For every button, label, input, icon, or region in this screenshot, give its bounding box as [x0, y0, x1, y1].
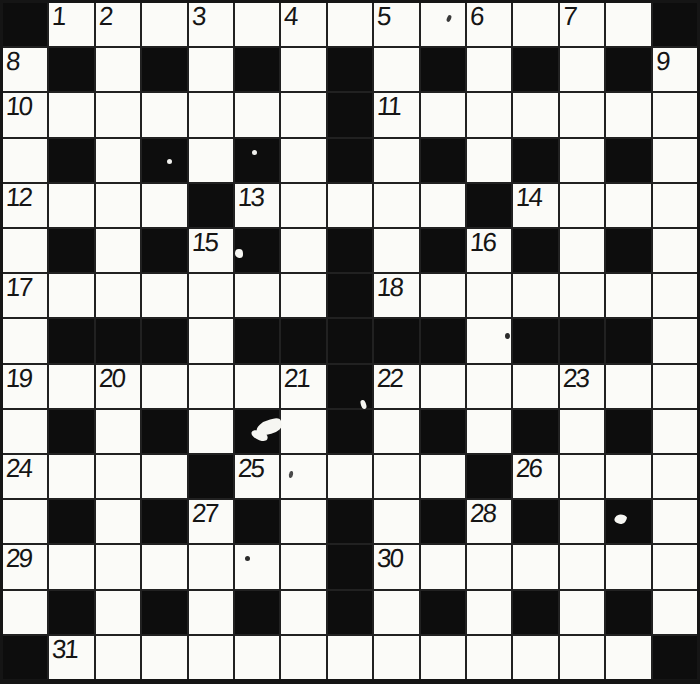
grid-cell[interactable]: [653, 455, 697, 498]
grid-cell[interactable]: [96, 139, 140, 182]
block-cell: [142, 319, 186, 362]
grid-cell[interactable]: [235, 545, 279, 588]
clue-number: 9: [655, 48, 669, 75]
block-cell: [606, 139, 650, 182]
grid-cell[interactable]: [96, 274, 140, 317]
block-cell: [513, 319, 557, 362]
grid-cell[interactable]: [467, 139, 511, 182]
grid-cell[interactable]: [560, 591, 604, 634]
grid-cell[interactable]: [513, 365, 557, 408]
grid-cell[interactable]: [235, 93, 279, 136]
grid-cell[interactable]: [560, 184, 604, 227]
grid-cell[interactable]: [235, 274, 279, 317]
grid-cell[interactable]: [560, 455, 604, 498]
clue-number: 17: [5, 274, 32, 301]
grid-cell[interactable]: [374, 455, 418, 498]
grid-cell[interactable]: 31: [49, 636, 93, 679]
grid-cell[interactable]: [606, 545, 650, 588]
block-cell: [235, 139, 279, 182]
grid-cell[interactable]: 9: [653, 48, 697, 91]
grid-cell[interactable]: [653, 545, 697, 588]
grid-cell[interactable]: 29: [3, 545, 47, 588]
grid-cell[interactable]: 26: [513, 455, 557, 498]
grid-cell[interactable]: [374, 229, 418, 272]
grid-cell[interactable]: [513, 545, 557, 588]
grid-cell[interactable]: 14: [513, 184, 557, 227]
grid-cell[interactable]: [189, 48, 233, 91]
grid-cell[interactable]: [653, 274, 697, 317]
grid-cell[interactable]: [142, 3, 186, 46]
grid-cell[interactable]: 3: [189, 3, 233, 46]
block-cell: [513, 139, 557, 182]
clue-number: 25: [237, 455, 264, 482]
block-cell: [653, 3, 697, 46]
block-cell: [513, 591, 557, 634]
crossword-board: 1234567891011121314151617181920212223242…: [0, 0, 700, 684]
grid-cell[interactable]: 28: [467, 500, 511, 543]
clue-number: 28: [469, 500, 496, 527]
grid-cell[interactable]: [374, 636, 418, 679]
grid-cell[interactable]: [513, 636, 557, 679]
grid-cell[interactable]: [606, 274, 650, 317]
block-cell: [421, 319, 465, 362]
grid-cell[interactable]: [49, 365, 93, 408]
grid-cell[interactable]: [281, 184, 325, 227]
grid-cell[interactable]: [189, 319, 233, 362]
grid-cell[interactable]: [467, 591, 511, 634]
grid-cell[interactable]: [374, 591, 418, 634]
block-cell: [421, 591, 465, 634]
grid-cell[interactable]: [189, 636, 233, 679]
grid-cell[interactable]: [328, 184, 372, 227]
clue-number: 13: [237, 184, 264, 211]
grid-cell[interactable]: [3, 319, 47, 362]
grid-cell[interactable]: 8: [3, 48, 47, 91]
grid-cell[interactable]: [606, 3, 650, 46]
grid-cell[interactable]: [653, 500, 697, 543]
block-cell: [606, 48, 650, 91]
grid-cell[interactable]: 11: [374, 93, 418, 136]
grid-cell[interactable]: [49, 184, 93, 227]
grid-cell[interactable]: [235, 636, 279, 679]
grid-cell[interactable]: 2: [96, 3, 140, 46]
grid-cell[interactable]: [96, 455, 140, 498]
grid-cell[interactable]: [653, 365, 697, 408]
clue-number: 7: [562, 3, 576, 30]
grid-cell[interactable]: [3, 500, 47, 543]
block-cell: [49, 229, 93, 272]
block-cell: [281, 319, 325, 362]
clue-number: 31: [51, 636, 78, 663]
clue-number: 14: [515, 184, 542, 211]
clue-number: 11: [376, 93, 401, 120]
grid-cell[interactable]: [96, 545, 140, 588]
grid-cell[interactable]: 23: [560, 365, 604, 408]
grid-cell[interactable]: [374, 184, 418, 227]
grid-cell[interactable]: [281, 139, 325, 182]
grid-cell[interactable]: [606, 636, 650, 679]
block-cell: [235, 229, 279, 272]
grid-cell[interactable]: [467, 545, 511, 588]
block-cell: [467, 455, 511, 498]
block-cell: [328, 274, 372, 317]
block-cell: [606, 500, 650, 543]
block-cell: [513, 410, 557, 453]
block-cell: [421, 48, 465, 91]
grid-cell[interactable]: [560, 545, 604, 588]
grid-cell[interactable]: [3, 591, 47, 634]
block-cell: [3, 636, 47, 679]
block-cell: [235, 500, 279, 543]
grid-cell[interactable]: [560, 93, 604, 136]
grid-cell[interactable]: [49, 545, 93, 588]
grid-cell[interactable]: [513, 274, 557, 317]
grid-cell[interactable]: 25: [235, 455, 279, 498]
block-cell: [3, 3, 47, 46]
clue-number: 6: [469, 3, 483, 30]
grid-cell[interactable]: [189, 365, 233, 408]
block-cell: [235, 48, 279, 91]
grid-cell[interactable]: [606, 93, 650, 136]
block-cell: [142, 591, 186, 634]
crossword-grid: 1234567891011121314151617181920212223242…: [3, 3, 697, 679]
grid-cell[interactable]: [281, 410, 325, 453]
grid-cell[interactable]: [281, 500, 325, 543]
grid-cell[interactable]: [281, 545, 325, 588]
grid-cell[interactable]: [142, 93, 186, 136]
grid-cell[interactable]: [49, 455, 93, 498]
block-cell: [328, 410, 372, 453]
block-cell: [560, 319, 604, 362]
grid-cell[interactable]: [96, 591, 140, 634]
grid-cell[interactable]: [374, 48, 418, 91]
block-cell: [606, 319, 650, 362]
grid-cell[interactable]: [513, 93, 557, 136]
block-cell: [328, 365, 372, 408]
block-cell: [142, 500, 186, 543]
grid-cell[interactable]: [281, 48, 325, 91]
clue-number: 20: [98, 365, 125, 392]
block-cell: [49, 410, 93, 453]
grid-cell[interactable]: [467, 48, 511, 91]
grid-cell[interactable]: [560, 410, 604, 453]
block-cell: [328, 500, 372, 543]
block-cell: [421, 229, 465, 272]
grid-cell[interactable]: 20: [96, 365, 140, 408]
grid-cell[interactable]: [189, 410, 233, 453]
grid-cell[interactable]: [281, 274, 325, 317]
block-cell: [606, 229, 650, 272]
grid-cell[interactable]: [653, 139, 697, 182]
block-cell: [49, 48, 93, 91]
block-cell: [49, 591, 93, 634]
clue-number: 5: [376, 3, 390, 30]
grid-cell[interactable]: [189, 139, 233, 182]
grid-cell[interactable]: [96, 500, 140, 543]
grid-cell[interactable]: [467, 365, 511, 408]
block-cell: [189, 455, 233, 498]
grid-cell[interactable]: 6: [467, 3, 511, 46]
grid-cell[interactable]: [96, 93, 140, 136]
block-cell: [328, 139, 372, 182]
clue-number: 2: [98, 3, 112, 30]
grid-cell[interactable]: [49, 274, 93, 317]
grid-cell[interactable]: 13: [235, 184, 279, 227]
grid-cell[interactable]: 27: [189, 500, 233, 543]
clue-number: 8: [5, 48, 19, 75]
grid-cell[interactable]: [653, 591, 697, 634]
grid-cell[interactable]: [142, 455, 186, 498]
block-cell: [328, 591, 372, 634]
grid-cell[interactable]: [328, 3, 372, 46]
clue-number: 23: [562, 365, 589, 392]
block-cell: [142, 410, 186, 453]
grid-cell[interactable]: [421, 636, 465, 679]
grid-cell[interactable]: [606, 184, 650, 227]
clue-number: 29: [5, 545, 32, 572]
grid-cell[interactable]: 22: [374, 365, 418, 408]
grid-cell[interactable]: [3, 410, 47, 453]
block-cell: [235, 410, 279, 453]
block-cell: [235, 591, 279, 634]
grid-cell[interactable]: 21: [281, 365, 325, 408]
grid-cell[interactable]: [653, 319, 697, 362]
grid-cell[interactable]: [421, 365, 465, 408]
block-cell: [421, 410, 465, 453]
clue-number: 12: [5, 184, 32, 211]
grid-cell[interactable]: [49, 93, 93, 136]
grid-cell[interactable]: [421, 545, 465, 588]
block-cell: [235, 319, 279, 362]
block-cell: [49, 139, 93, 182]
grid-cell[interactable]: [560, 48, 604, 91]
grid-cell[interactable]: [142, 184, 186, 227]
grid-cell[interactable]: 17: [3, 274, 47, 317]
block-cell: [96, 319, 140, 362]
clue-number: 18: [376, 274, 403, 301]
grid-cell[interactable]: [96, 636, 140, 679]
grid-cell[interactable]: [281, 455, 325, 498]
grid-cell[interactable]: [421, 274, 465, 317]
clue-number: 30: [376, 545, 403, 572]
grid-cell[interactable]: [421, 455, 465, 498]
clue-number: 19: [5, 365, 32, 392]
grid-cell[interactable]: 19: [3, 365, 47, 408]
grid-cell[interactable]: 18: [374, 274, 418, 317]
grid-cell[interactable]: [560, 500, 604, 543]
block-cell: [653, 636, 697, 679]
grid-cell[interactable]: [467, 319, 511, 362]
grid-cell[interactable]: [374, 139, 418, 182]
grid-cell[interactable]: [374, 410, 418, 453]
grid-cell[interactable]: [653, 410, 697, 453]
grid-cell[interactable]: 1: [49, 3, 93, 46]
grid-cell[interactable]: [606, 365, 650, 408]
grid-cell[interactable]: [189, 93, 233, 136]
grid-cell[interactable]: [467, 93, 511, 136]
grid-cell[interactable]: [560, 139, 604, 182]
grid-cell[interactable]: 30: [374, 545, 418, 588]
grid-cell[interactable]: [189, 591, 233, 634]
block-cell: [513, 500, 557, 543]
clue-number: 24: [5, 455, 32, 482]
grid-cell[interactable]: [421, 184, 465, 227]
clue-number: 1: [51, 3, 65, 30]
grid-cell[interactable]: [281, 229, 325, 272]
clue-number: 3: [191, 3, 205, 30]
block-cell: [142, 48, 186, 91]
grid-cell[interactable]: [513, 3, 557, 46]
block-cell: [421, 500, 465, 543]
grid-cell[interactable]: 4: [281, 3, 325, 46]
block-cell: [49, 500, 93, 543]
grid-cell[interactable]: [560, 274, 604, 317]
block-cell: [328, 319, 372, 362]
block-cell: [142, 229, 186, 272]
block-cell: [49, 319, 93, 362]
clue-number: 26: [515, 455, 542, 482]
block-cell: [189, 184, 233, 227]
clue-number: 22: [376, 365, 403, 392]
grid-cell[interactable]: [3, 229, 47, 272]
grid-cell[interactable]: 10: [3, 93, 47, 136]
clue-number: 27: [191, 500, 218, 527]
block-cell: [606, 410, 650, 453]
grid-cell[interactable]: 5: [374, 3, 418, 46]
grid-cell[interactable]: [560, 636, 604, 679]
block-cell: [513, 229, 557, 272]
grid-cell[interactable]: [467, 274, 511, 317]
grid-cell[interactable]: [653, 229, 697, 272]
clue-number: 15: [191, 229, 218, 256]
grid-cell[interactable]: [421, 93, 465, 136]
grid-cell[interactable]: [96, 48, 140, 91]
grid-cell[interactable]: 16: [467, 229, 511, 272]
grid-cell[interactable]: [142, 365, 186, 408]
grid-cell[interactable]: [653, 184, 697, 227]
grid-cell[interactable]: [281, 591, 325, 634]
grid-cell[interactable]: [235, 3, 279, 46]
grid-cell[interactable]: [96, 410, 140, 453]
grid-cell[interactable]: [142, 545, 186, 588]
grid-cell[interactable]: [467, 410, 511, 453]
grid-cell[interactable]: [142, 636, 186, 679]
grid-cell[interactable]: [467, 636, 511, 679]
grid-cell[interactable]: [560, 229, 604, 272]
grid-cell[interactable]: 7: [560, 3, 604, 46]
grid-cell[interactable]: [328, 455, 372, 498]
grid-cell[interactable]: 24: [3, 455, 47, 498]
block-cell: [328, 93, 372, 136]
grid-cell[interactable]: [189, 545, 233, 588]
clue-number: 21: [283, 365, 310, 392]
block-cell: [374, 319, 418, 362]
grid-cell[interactable]: [328, 636, 372, 679]
grid-cell[interactable]: [189, 274, 233, 317]
block-cell: [513, 48, 557, 91]
grid-cell[interactable]: [374, 500, 418, 543]
grid-cell[interactable]: [421, 3, 465, 46]
block-cell: [467, 184, 511, 227]
block-cell: [328, 229, 372, 272]
clue-number: 10: [5, 93, 32, 120]
grid-cell[interactable]: [96, 184, 140, 227]
block-cell: [142, 139, 186, 182]
grid-cell[interactable]: [96, 229, 140, 272]
grid-cell[interactable]: 12: [3, 184, 47, 227]
grid-cell[interactable]: [281, 93, 325, 136]
block-cell: [328, 545, 372, 588]
block-cell: [328, 48, 372, 91]
block-cell: [606, 591, 650, 634]
grid-cell[interactable]: [142, 274, 186, 317]
grid-cell[interactable]: [3, 139, 47, 182]
block-cell: [421, 139, 465, 182]
grid-cell[interactable]: [281, 636, 325, 679]
clue-number: 4: [283, 3, 297, 30]
clue-number: 16: [469, 229, 496, 256]
grid-cell[interactable]: [235, 365, 279, 408]
grid-cell[interactable]: [653, 93, 697, 136]
grid-cell[interactable]: 15: [189, 229, 233, 272]
grid-cell[interactable]: [606, 455, 650, 498]
